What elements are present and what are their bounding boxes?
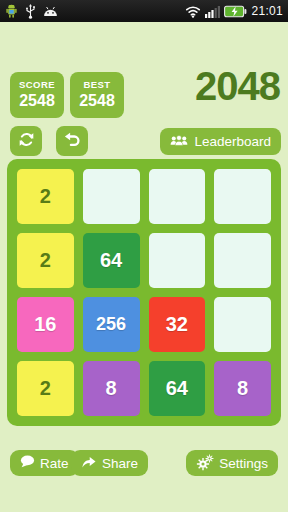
signal-icon [205,5,220,18]
gear-icon [196,455,214,471]
empty-cell [83,169,140,224]
speech-bubble-icon [20,455,35,471]
tile-256: 256 [83,297,140,352]
empty-cell [214,297,271,352]
undo-button[interactable] [56,126,88,156]
share-label: Share [102,456,138,471]
tile-16: 16 [17,297,74,352]
tile-2: 2 [17,169,74,224]
wifi-icon [185,5,201,18]
usb-icon [25,4,36,19]
empty-cell [214,169,271,224]
leaderboard-people-icon [170,134,188,150]
page-title: 2048 [195,64,280,109]
settings-button[interactable]: Settings [186,450,278,476]
share-arrow-icon [81,455,97,472]
status-bar-right: 21:01 [185,4,288,18]
empty-cell [149,169,206,224]
tile-2: 2 [17,233,74,288]
android-head-icon [43,6,58,17]
empty-cell [214,233,271,288]
tile-8: 8 [214,361,271,416]
leaderboard-button[interactable]: Leaderboard [160,128,281,155]
empty-cell [149,233,206,288]
settings-label: Settings [219,456,268,471]
new-game-button[interactable] [10,126,42,156]
refresh-icon [17,130,36,152]
undo-icon [63,130,82,152]
tile-64: 64 [83,233,140,288]
score-value: 2548 [19,91,55,111]
status-bar-left [0,4,185,19]
tile-32: 32 [149,297,206,352]
best-label: BEST [84,79,111,91]
tile-8: 8 [83,361,140,416]
share-button[interactable]: Share [71,450,148,476]
score-badge: SCORE 2548 [10,72,64,118]
status-bar: 21:01 [0,0,288,22]
battery-charging-icon [224,5,247,18]
rate-button[interactable]: Rate [10,450,79,476]
best-badge: BEST 2548 [70,72,124,118]
screen: 21:01 SCORE 2548 BEST 2548 2048 [0,0,288,512]
score-label: SCORE [19,79,55,91]
android-debug-icon [5,4,18,19]
tile-64: 64 [149,361,206,416]
game-board[interactable]: 2264162563228648 [7,159,281,426]
tile-2: 2 [17,361,74,416]
leaderboard-label: Leaderboard [194,134,271,149]
rate-label: Rate [40,456,69,471]
best-value: 2548 [79,91,115,111]
status-time: 21:01 [251,4,283,18]
